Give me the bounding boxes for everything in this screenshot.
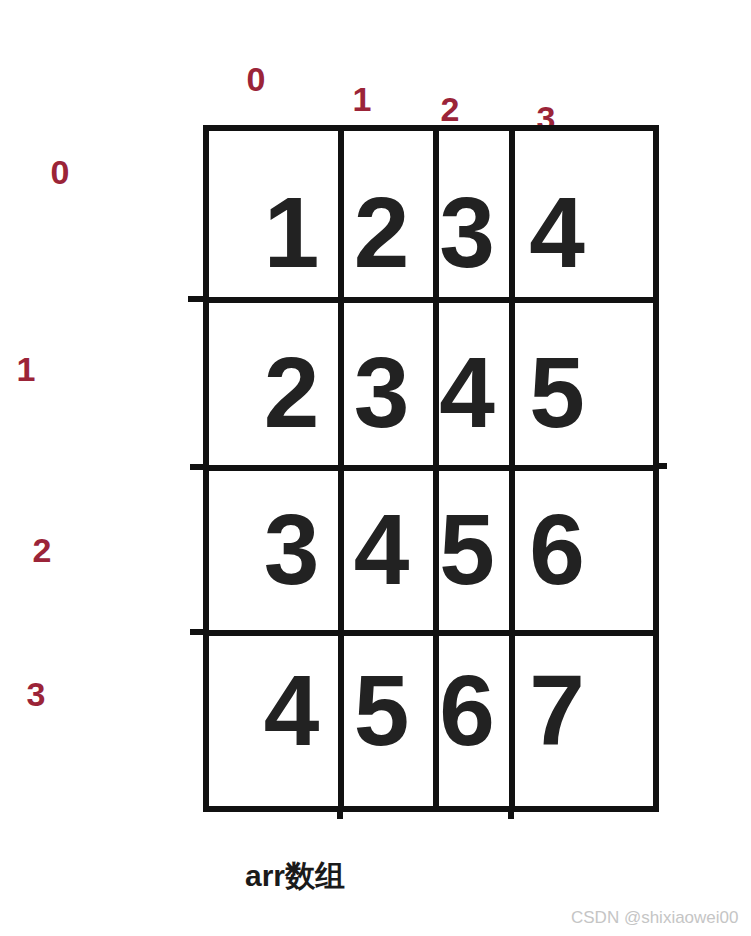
cell-r3c3: 7 (515, 636, 653, 806)
cell-value: 3 (264, 499, 320, 599)
array-caption: arr数组 (245, 856, 345, 897)
row-index-0: 0 (51, 155, 70, 189)
cell-r1c0: 2 (209, 303, 338, 465)
cell-value: 5 (529, 342, 585, 442)
col-index-1: 1 (353, 82, 372, 116)
cell-r0c3: 4 (515, 131, 653, 297)
cell-value: 7 (529, 660, 585, 760)
cell-value: 4 (354, 499, 410, 599)
cell-value: 4 (439, 342, 495, 442)
cell-r3c2: 6 (439, 636, 509, 806)
line-tick (657, 463, 667, 469)
line-tick (190, 629, 205, 635)
array-grid: 1 2 3 4 2 3 4 5 3 4 5 6 4 5 6 7 (203, 125, 659, 812)
cell-value: 2 (354, 182, 410, 282)
cell-r1c1: 3 (344, 303, 433, 465)
cell-r1c2: 4 (439, 303, 509, 465)
cell-value: 6 (529, 499, 585, 599)
cell-value: 3 (439, 182, 495, 282)
cell-value: 3 (354, 342, 410, 442)
cell-r2c2: 5 (439, 471, 509, 630)
array-diagram: 0 1 2 3 0 1 2 3 1 2 3 4 2 3 4 5 3 4 5 6 … (0, 0, 751, 936)
cell-value: 6 (439, 660, 495, 760)
cell-value: 4 (529, 182, 585, 282)
cell-value: 4 (264, 660, 320, 760)
cell-r3c1: 5 (344, 636, 433, 806)
cell-value: 5 (439, 499, 495, 599)
line-tick (190, 464, 205, 470)
col-index-2: 2 (441, 92, 460, 126)
row-index-1: 1 (17, 352, 36, 386)
col-index-0: 0 (247, 62, 266, 96)
line-tick (508, 810, 514, 819)
line-tick (337, 810, 343, 819)
csdn-watermark: CSDN @shixiaowei00 (571, 908, 739, 928)
cell-value: 2 (264, 342, 320, 442)
line-tick (188, 296, 205, 302)
cell-value: 1 (264, 182, 320, 282)
cell-r0c1: 2 (344, 131, 433, 297)
cell-r3c0: 4 (209, 636, 338, 806)
row-index-3: 3 (27, 677, 46, 711)
cell-r0c2: 3 (439, 131, 509, 297)
cell-r1c3: 5 (515, 303, 653, 465)
cell-r2c0: 3 (209, 471, 338, 630)
row-index-2: 2 (33, 533, 52, 567)
cell-r0c0: 1 (209, 131, 338, 297)
cell-r2c1: 4 (344, 471, 433, 630)
cell-r2c3: 6 (515, 471, 653, 630)
cell-value: 5 (354, 660, 410, 760)
